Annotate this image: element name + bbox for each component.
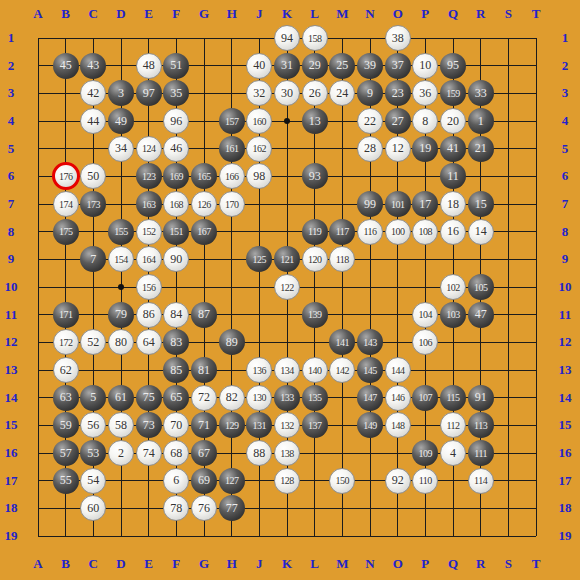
stone-black-57-B16: 57 [53,440,79,466]
stone-white-60-C18: 60 [80,495,106,521]
stone-white-144-O13: 144 [385,357,411,383]
move-number: 60 [87,501,99,516]
stone-white-126-G7: 126 [191,191,217,217]
move-number: 44 [87,114,99,129]
move-number: 166 [225,171,239,182]
move-number: 31 [281,58,293,73]
stone-white-112-Q15: 112 [440,412,466,438]
move-number: 114 [474,475,487,486]
stone-black-113-R15: 113 [468,412,494,438]
move-number: 154 [114,254,128,265]
move-number: 135 [308,392,322,403]
col-label-bottom-H: H [221,556,243,572]
col-label-top-C: C [82,6,104,22]
col-label-bottom-N: N [359,556,381,572]
move-number: 100 [391,226,405,237]
stone-black-133-K14: 133 [274,385,300,411]
move-number: 14 [475,224,487,239]
move-number: 136 [253,365,267,376]
move-number: 151 [170,226,184,237]
move-number: 70 [170,418,182,433]
stone-white-160-J4: 160 [246,108,272,134]
move-number: 81 [198,363,210,378]
stone-black-119-L8: 119 [302,219,328,245]
move-number: 21 [475,141,487,156]
stone-white-118-M9: 118 [329,246,355,272]
move-number: 128 [280,475,294,486]
stone-black-77-H18: 77 [219,495,245,521]
stone-white-42-C3: 42 [80,80,106,106]
move-number: 156 [142,282,156,293]
stone-black-167-G8: 167 [191,219,217,245]
stone-black-143-N12: 143 [357,329,383,355]
stone-black-135-L14: 135 [302,385,328,411]
move-number: 123 [142,171,156,182]
move-number: 92 [392,473,404,488]
stone-black-75-E14: 75 [136,385,162,411]
move-number: 76 [198,501,210,516]
stone-white-136-J13: 136 [246,357,272,383]
stone-white-104-P11: 104 [412,302,438,328]
move-number: 54 [87,473,99,488]
move-number: 73 [143,418,155,433]
row-label-left-13: 13 [0,362,22,378]
stone-black-11-Q6: 11 [440,163,466,189]
move-number: 55 [60,473,72,488]
move-number: 99 [364,197,376,212]
stone-white-92-O17: 92 [385,468,411,494]
stone-black-79-D11: 79 [108,302,134,328]
row-label-left-8: 8 [0,224,22,240]
col-label-top-D: D [110,6,132,22]
move-number: 71 [198,418,210,433]
move-number: 158 [308,33,322,44]
col-label-top-M: M [331,6,353,22]
grid-line-vertical [536,38,537,536]
row-label-left-11: 11 [0,307,22,323]
stone-black-43-C2: 43 [80,53,106,79]
move-number: 13 [309,114,321,129]
col-label-bottom-E: E [138,556,160,572]
move-number: 96 [170,114,182,129]
move-number: 50 [87,169,99,184]
row-label-right-9: 9 [554,251,576,267]
stone-white-162-J5: 162 [246,136,272,162]
stone-white-22-N4: 22 [357,108,383,134]
move-number: 24 [336,86,348,101]
stone-white-100-O8: 100 [385,219,411,245]
stone-white-110-P17: 110 [412,468,438,494]
col-label-bottom-K: K [276,556,298,572]
row-label-right-10: 10 [554,279,576,295]
row-label-right-4: 4 [554,113,576,129]
stone-black-41-Q5: 41 [440,136,466,162]
stone-black-99-N7: 99 [357,191,383,217]
stone-black-31-K2: 31 [274,53,300,79]
stone-black-61-D14: 61 [108,385,134,411]
stone-black-117-M8: 117 [329,219,355,245]
move-number: 40 [253,58,265,73]
move-number: 137 [308,420,322,431]
move-number: 111 [474,448,487,459]
stone-white-88-J16: 88 [246,440,272,466]
move-number: 160 [253,116,267,127]
move-number: 168 [170,199,184,210]
row-label-right-5: 5 [554,141,576,157]
move-number: 63 [60,390,72,405]
col-label-top-R: R [470,6,492,22]
col-label-top-K: K [276,6,298,22]
col-label-bottom-L: L [304,556,326,572]
move-number: 138 [280,448,294,459]
move-number: 176 [59,171,73,182]
star-point-D10 [118,284,124,290]
move-number: 30 [281,86,293,101]
move-number: 167 [197,226,211,237]
move-number: 157 [225,116,239,127]
grid-line-vertical [342,38,343,536]
move-number: 68 [170,446,182,461]
stone-black-51-F2: 51 [163,53,189,79]
move-number: 119 [308,226,321,237]
stone-white-20-Q4: 20 [440,108,466,134]
move-number: 80 [115,335,127,350]
move-number: 7 [90,252,96,267]
col-label-bottom-B: B [55,556,77,572]
stone-black-101-O7: 101 [385,191,411,217]
stone-white-6-F17: 6 [163,468,189,494]
move-number: 159 [446,88,460,99]
move-number: 125 [253,254,267,265]
stone-white-94-K1: 94 [274,25,300,51]
row-label-right-11: 11 [554,307,576,323]
move-number: 118 [336,254,349,265]
stone-white-74-E16: 74 [136,440,162,466]
col-label-bottom-O: O [387,556,409,572]
col-label-top-F: F [165,6,187,22]
stone-black-107-P14: 107 [412,385,438,411]
stone-black-55-B17: 55 [53,468,79,494]
move-number: 27 [392,114,404,129]
stone-black-35-F3: 35 [163,80,189,106]
move-number: 16 [447,224,459,239]
move-number: 172 [59,337,73,348]
move-number: 164 [142,254,156,265]
stone-black-171-B11: 171 [53,302,79,328]
row-label-left-3: 3 [0,85,22,101]
stone-black-27-O4: 27 [385,108,411,134]
move-number: 170 [225,199,239,210]
move-number: 29 [309,58,321,73]
move-number: 43 [87,58,99,73]
stone-black-47-R11: 47 [468,302,494,328]
stone-black-125-J9: 125 [246,246,272,272]
move-number: 112 [446,420,459,431]
stone-black-63-B14: 63 [53,385,79,411]
col-label-top-G: G [193,6,215,22]
move-number: 143 [363,337,377,348]
row-label-right-2: 2 [554,58,576,74]
move-number: 109 [419,448,433,459]
col-label-bottom-J: J [248,556,270,572]
move-number: 142 [336,365,350,376]
move-number: 4 [450,446,456,461]
stone-black-161-H5: 161 [219,136,245,162]
stone-white-30-K3: 30 [274,80,300,106]
stone-white-86-E11: 86 [136,302,162,328]
stone-white-106-P12: 106 [412,329,438,355]
move-number: 39 [364,58,376,73]
move-number: 38 [392,31,404,46]
stone-white-46-F5: 46 [163,136,189,162]
move-number: 150 [336,475,350,486]
stone-white-166-H6: 166 [219,163,245,189]
grid-line-horizontal [38,508,536,509]
stone-white-12-O5: 12 [385,136,411,162]
stone-black-141-M12: 141 [329,329,355,355]
stone-white-138-K16: 138 [274,440,300,466]
move-number: 79 [115,307,127,322]
grid-line-horizontal [38,536,536,537]
move-number: 174 [59,199,73,210]
stone-black-69-G17: 69 [191,468,217,494]
go-board[interactable]: AA11BB22CC33DD44EE55FF66GG77HH88JJ99KK10… [0,0,580,580]
row-label-right-3: 3 [554,85,576,101]
stone-white-172-B12: 172 [53,329,79,355]
col-label-top-P: P [414,6,436,22]
col-label-top-H: H [221,6,243,22]
move-number: 35 [170,86,182,101]
move-number: 28 [364,141,376,156]
row-label-left-1: 1 [0,30,22,46]
move-number: 130 [253,392,267,403]
stone-white-48-E2: 48 [136,53,162,79]
move-number: 45 [60,58,72,73]
row-label-left-6: 6 [0,168,22,184]
move-number: 89 [226,335,238,350]
stone-black-115-Q14: 115 [440,385,466,411]
stone-white-8-P4: 8 [412,108,438,134]
stone-black-73-E15: 73 [136,412,162,438]
stone-black-5-C14: 5 [80,385,106,411]
stone-black-111-R16: 111 [468,440,494,466]
move-number: 6 [173,473,179,488]
move-number: 121 [280,254,294,265]
col-label-top-T: T [525,6,547,22]
row-label-right-6: 6 [554,168,576,184]
move-number: 103 [446,309,460,320]
stone-black-155-D8: 155 [108,219,134,245]
row-label-left-9: 9 [0,251,22,267]
move-number: 8 [422,114,428,129]
move-number: 94 [281,31,293,46]
stone-black-159-Q3: 159 [440,80,466,106]
move-number: 163 [142,199,156,210]
col-label-top-J: J [248,6,270,22]
stone-white-120-L9: 120 [302,246,328,272]
move-number: 101 [391,199,405,210]
move-number: 49 [115,114,127,129]
move-number: 64 [143,335,155,350]
stone-black-87-G11: 87 [191,302,217,328]
move-number: 132 [280,420,294,431]
stone-black-49-D4: 49 [108,108,134,134]
move-number: 5 [90,390,96,405]
move-number: 57 [60,446,72,461]
stone-black-139-L11: 139 [302,302,328,328]
col-label-top-E: E [138,6,160,22]
move-number: 165 [197,171,211,182]
move-number: 85 [170,363,182,378]
move-number: 41 [447,141,459,156]
move-number: 53 [87,446,99,461]
move-number: 171 [59,309,73,320]
move-number: 83 [170,335,182,350]
move-number: 19 [419,141,431,156]
row-label-left-12: 12 [0,334,22,350]
stone-white-108-P8: 108 [412,219,438,245]
move-number: 18 [447,197,459,212]
row-label-right-13: 13 [554,362,576,378]
move-number: 15 [475,197,487,212]
move-number: 59 [60,418,72,433]
last-move-stone-white-176-B6: 176 [52,162,80,190]
move-number: 129 [225,420,239,431]
row-label-right-8: 8 [554,224,576,240]
stone-white-34-D5: 34 [108,136,134,162]
row-label-left-4: 4 [0,113,22,129]
move-number: 106 [419,337,433,348]
stone-white-72-G14: 72 [191,385,217,411]
move-number: 36 [419,86,431,101]
move-number: 107 [419,392,433,403]
stone-white-32-J3: 32 [246,80,272,106]
stone-white-174-B7: 174 [53,191,79,217]
stone-black-95-Q2: 95 [440,53,466,79]
move-number: 72 [198,390,210,405]
stone-black-105-R10: 105 [468,274,494,300]
stone-black-173-C7: 173 [80,191,106,217]
stone-white-102-Q10: 102 [440,274,466,300]
stone-white-76-G18: 76 [191,495,217,521]
stone-white-156-E10: 156 [136,274,162,300]
row-label-right-16: 16 [554,445,576,461]
row-label-right-17: 17 [554,473,576,489]
stone-black-15-R7: 15 [468,191,494,217]
col-label-bottom-T: T [525,556,547,572]
move-number: 93 [309,169,321,184]
move-number: 67 [198,446,210,461]
row-label-left-7: 7 [0,196,22,212]
move-number: 2 [118,446,124,461]
stone-black-13-L4: 13 [302,108,328,134]
col-label-bottom-D: D [110,556,132,572]
stone-black-157-H4: 157 [219,108,245,134]
stone-white-2-D16: 2 [108,440,134,466]
stone-black-165-G6: 165 [191,163,217,189]
move-number: 152 [142,226,156,237]
stone-black-93-L6: 93 [302,163,328,189]
move-number: 147 [363,392,377,403]
move-number: 74 [143,446,155,461]
move-number: 9 [367,86,373,101]
move-number: 148 [391,420,405,431]
stone-black-67-G16: 67 [191,440,217,466]
star-point-K4 [284,118,290,124]
stone-black-29-L2: 29 [302,53,328,79]
stone-black-169-F6: 169 [163,163,189,189]
row-label-right-12: 12 [554,334,576,350]
stone-white-134-K13: 134 [274,357,300,383]
stone-white-154-D9: 154 [108,246,134,272]
move-number: 155 [114,226,128,237]
move-number: 134 [280,365,294,376]
move-number: 20 [447,114,459,129]
stone-white-84-F11: 84 [163,302,189,328]
stone-white-62-B13: 62 [53,357,79,383]
stone-white-90-F9: 90 [163,246,189,272]
move-number: 47 [475,307,487,322]
stone-black-59-B15: 59 [53,412,79,438]
stone-white-158-L1: 158 [302,25,328,51]
col-label-bottom-G: G [193,556,215,572]
move-number: 25 [336,58,348,73]
stone-white-152-E8: 152 [136,219,162,245]
move-number: 144 [391,365,405,376]
stone-black-1-R4: 1 [468,108,494,134]
move-number: 161 [225,143,239,154]
row-label-left-14: 14 [0,390,22,406]
move-number: 82 [226,390,238,405]
row-label-left-16: 16 [0,445,22,461]
move-number: 145 [363,365,377,376]
stone-black-151-F8: 151 [163,219,189,245]
stone-black-91-R14: 91 [468,385,494,411]
move-number: 162 [253,143,267,154]
stone-black-149-N15: 149 [357,412,383,438]
move-number: 1 [478,114,484,129]
move-number: 175 [59,226,73,237]
stone-black-97-E3: 97 [136,80,162,106]
stone-black-127-H17: 127 [219,468,245,494]
stone-black-3-D3: 3 [108,80,134,106]
col-label-bottom-M: M [331,556,353,572]
move-number: 62 [60,363,72,378]
stone-white-78-F18: 78 [163,495,189,521]
move-number: 87 [198,307,210,322]
grid-line-vertical [508,38,509,536]
stone-white-56-C15: 56 [80,412,106,438]
stone-white-140-L13: 140 [302,357,328,383]
row-label-right-7: 7 [554,196,576,212]
row-label-left-18: 18 [0,500,22,516]
col-label-bottom-C: C [82,556,104,572]
stone-black-109-P16: 109 [412,440,438,466]
row-label-left-19: 19 [0,528,22,544]
stone-black-17-P7: 17 [412,191,438,217]
move-number: 17 [419,197,431,212]
stone-white-10-P2: 10 [412,53,438,79]
stone-black-131-J15: 131 [246,412,272,438]
move-number: 91 [475,390,487,405]
col-label-bottom-R: R [470,556,492,572]
move-number: 122 [280,282,294,293]
move-number: 88 [253,446,265,461]
stone-black-129-H15: 129 [219,412,245,438]
move-number: 97 [143,86,155,101]
stone-white-4-Q16: 4 [440,440,466,466]
stone-black-123-E6: 123 [136,163,162,189]
